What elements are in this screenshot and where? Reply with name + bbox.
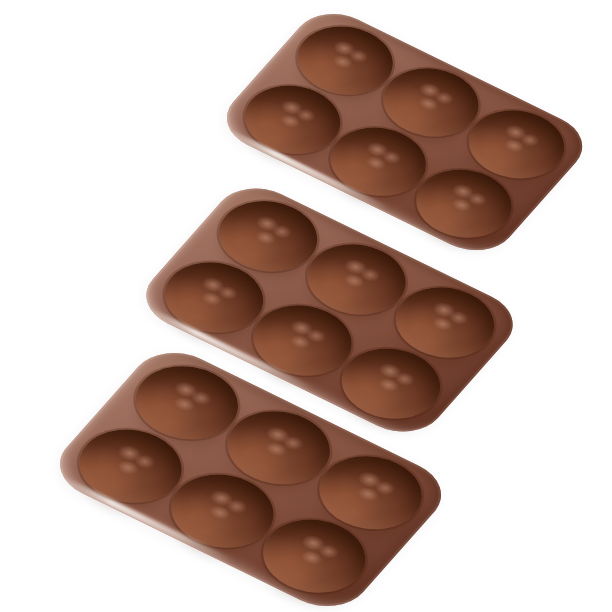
photo-stage: [0, 0, 612, 612]
